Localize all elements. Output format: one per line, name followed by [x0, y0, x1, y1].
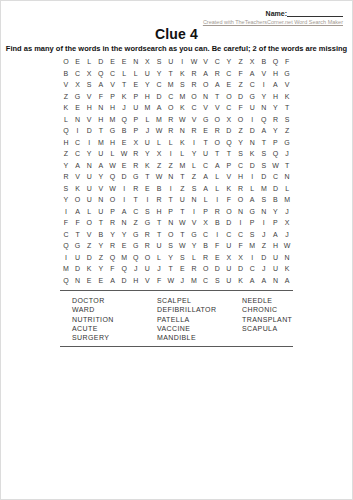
grid-cell: L: [177, 148, 189, 160]
grid-cell: U: [223, 275, 235, 287]
grid-cell: T: [165, 68, 177, 80]
grid-cell: Y: [188, 148, 200, 160]
grid-cell: O: [235, 194, 247, 206]
grid-cell: D: [223, 125, 235, 137]
grid-cell: G: [281, 137, 293, 149]
grid-cell: M: [60, 263, 72, 275]
grid-cell: E: [72, 56, 84, 68]
grid-cell: F: [235, 240, 247, 252]
grid-cell: N: [258, 102, 270, 114]
grid-cell: Q: [60, 125, 72, 137]
grid-cell: K: [83, 263, 95, 275]
grid-cell: P: [130, 91, 142, 103]
grid-cell: V: [83, 114, 95, 126]
grid-cell: V: [72, 171, 84, 183]
grid-cell: Q: [258, 114, 270, 126]
grid-cell: H: [142, 91, 154, 103]
grid-cell: P: [223, 160, 235, 172]
grid-cell: X: [281, 217, 293, 229]
wordsearch-grid: OELDEENXSUIWVCYZXBQFBCXQCLLUYTKRARCFAVHG…: [1, 56, 352, 286]
grid-cell: R: [130, 148, 142, 160]
grid-cell: G: [107, 125, 119, 137]
grid-cell: V: [281, 79, 293, 91]
grid-cell: D: [153, 91, 165, 103]
grid-cell: L: [188, 160, 200, 172]
grid-cell: A: [281, 275, 293, 287]
grid-cell: G: [246, 206, 258, 218]
grid-cell: H: [107, 102, 119, 114]
grid-cell: U: [165, 56, 177, 68]
grid-cell: H: [153, 206, 165, 218]
grid-cell: C: [188, 102, 200, 114]
grid-cell: V: [60, 79, 72, 91]
instruction-text: Find as many of the words in the wordsea…: [1, 44, 352, 53]
grid-cell: G: [130, 240, 142, 252]
grid-cell: O: [60, 56, 72, 68]
name-section: Name: Created with TheTeachersCorner.net…: [203, 9, 343, 25]
grid-cell: Y: [60, 194, 72, 206]
grid-cell: C: [200, 229, 212, 241]
grid-cell: C: [60, 229, 72, 241]
grid-cell: R: [200, 252, 212, 264]
grid-cell: U: [270, 263, 282, 275]
grid-cell: U: [223, 240, 235, 252]
grid-cell: Y: [142, 148, 154, 160]
grid-cell: D: [211, 263, 223, 275]
grid-cell: N: [83, 160, 95, 172]
grid-cell: A: [107, 275, 119, 287]
grid-cell: J: [130, 263, 142, 275]
grid-cell: G: [200, 114, 212, 126]
grid-cell: R: [107, 217, 119, 229]
grid-cell: X: [83, 68, 95, 80]
grid-cell: T: [281, 160, 293, 172]
grid-cell: N: [270, 275, 282, 287]
grid-cell: Z: [130, 217, 142, 229]
grid-cell: Q: [270, 148, 282, 160]
grid-cell: C: [246, 263, 258, 275]
grid-cell: D: [72, 263, 84, 275]
grid-cell: E: [118, 240, 130, 252]
grid-cell: V: [83, 229, 95, 241]
grid-cell: X: [223, 252, 235, 264]
grid-cell: Y: [165, 252, 177, 264]
grid-cell: R: [211, 125, 223, 137]
grid-cell: C: [223, 229, 235, 241]
grid-cell: T: [95, 217, 107, 229]
grid-cell: I: [258, 217, 270, 229]
grid-cell: G: [130, 171, 142, 183]
grid-cell: X: [235, 252, 247, 264]
grid-cell: J: [142, 125, 154, 137]
grid-cell: F: [223, 194, 235, 206]
grid-cell: W: [107, 160, 119, 172]
grid-cell: U: [177, 194, 189, 206]
grid-cell: U: [223, 263, 235, 275]
grid-cell: I: [246, 114, 258, 126]
grid-cell: B: [153, 183, 165, 195]
grid-cell: L: [165, 137, 177, 149]
grid-cell: O: [211, 114, 223, 126]
credit-text: Created with TheTeachersCorner.net Word …: [203, 19, 343, 25]
grid-cell: N: [200, 91, 212, 103]
grid-cell: Q: [107, 252, 119, 264]
grid-cell: N: [95, 102, 107, 114]
grid-cell: C: [235, 160, 247, 172]
grid-cell: R: [211, 206, 223, 218]
grid-cell: Z: [153, 160, 165, 172]
grid-cell: X: [246, 56, 258, 68]
grid-cell: C: [130, 206, 142, 218]
grid-cell: N: [95, 194, 107, 206]
grid-cell: G: [72, 240, 84, 252]
grid-cell: C: [246, 79, 258, 91]
grid-cell: O: [211, 137, 223, 149]
grid-cell: L: [281, 183, 293, 195]
grid-cell: G: [246, 91, 258, 103]
grid-cell: U: [83, 171, 95, 183]
grid-cell: U: [153, 240, 165, 252]
grid-cell: R: [130, 183, 142, 195]
grid-cell: U: [142, 68, 154, 80]
grid-cell: I: [118, 194, 130, 206]
grid-cell: H: [107, 137, 119, 149]
grid-cell: A: [118, 206, 130, 218]
grid-cell: F: [281, 56, 293, 68]
grid-cell: I: [211, 194, 223, 206]
grid-cell: L: [107, 148, 119, 160]
grid-cell: O: [223, 206, 235, 218]
grid-cell: F: [72, 217, 84, 229]
word-list-item: DOCTOR: [72, 296, 157, 305]
grid-cell: Y: [188, 240, 200, 252]
grid-cell: S: [258, 194, 270, 206]
word-list-item: SURGERY: [72, 333, 157, 342]
divider-top: [60, 290, 293, 291]
grid-cell: I: [258, 79, 270, 91]
grid-cell: H: [130, 275, 142, 287]
grid-cell: N: [130, 56, 142, 68]
word-list-item: SCALPEL: [157, 296, 242, 305]
word-list: DOCTORWARDNUTRITIONACUTESURGERYSCALPELDE…: [60, 296, 293, 342]
grid-cell: Y: [60, 160, 72, 172]
grid-cell: W: [188, 56, 200, 68]
grid-cell: J: [258, 229, 270, 241]
grid-cell: V: [188, 114, 200, 126]
grid-cell: T: [177, 229, 189, 241]
grid-cell: S: [188, 183, 200, 195]
grid-cell: D: [246, 160, 258, 172]
grid-cell: Z: [235, 79, 247, 91]
word-list-item: NUTRITION: [72, 315, 157, 324]
grid-cell: W: [177, 217, 189, 229]
grid-cell: C: [153, 79, 165, 91]
grid-cell: E: [142, 183, 154, 195]
grid-cell: A: [246, 68, 258, 80]
grid-cell: O: [142, 252, 154, 264]
grid-cell: S: [177, 252, 189, 264]
grid-cell: I: [165, 183, 177, 195]
grid-cell: R: [142, 229, 154, 241]
grid-cell: N: [258, 206, 270, 218]
grid-cell: U: [83, 194, 95, 206]
grid-cell: U: [72, 252, 84, 264]
grid-cell: A: [95, 79, 107, 91]
name-blank-line: [287, 9, 343, 17]
grid-cell: A: [258, 125, 270, 137]
grid-cell: H: [270, 91, 282, 103]
grid-cell: M: [177, 160, 189, 172]
grid-cell: W: [177, 240, 189, 252]
grid-cell: T: [153, 229, 165, 241]
grid-cell: A: [246, 194, 258, 206]
word-list-column: DOCTORWARDNUTRITIONACUTESURGERY: [72, 296, 157, 342]
grid-cell: P: [246, 217, 258, 229]
grid-cell: U: [95, 148, 107, 160]
grid-cell: W: [153, 171, 165, 183]
grid-cell: F: [235, 102, 247, 114]
grid-cell: E: [72, 102, 84, 114]
grid-cell: R: [165, 114, 177, 126]
grid-cell: J: [281, 148, 293, 160]
grid-cell: Y: [153, 68, 165, 80]
grid-cell: E: [211, 252, 223, 264]
grid-cell: E: [130, 79, 142, 91]
grid-cell: A: [270, 229, 282, 241]
grid-cell: M: [107, 114, 119, 126]
grid-cell: K: [142, 160, 154, 172]
grid-cell: Y: [258, 91, 270, 103]
grid-cell: L: [188, 252, 200, 264]
grid-cell: E: [107, 56, 119, 68]
grid-cell: C: [211, 56, 223, 68]
grid-cell: L: [200, 194, 212, 206]
grid-cell: M: [246, 240, 258, 252]
grid-cell: L: [211, 171, 223, 183]
grid-cell: Z: [258, 240, 270, 252]
grid-cell: N: [177, 125, 189, 137]
grid-cell: E: [118, 137, 130, 149]
grid-cell: T: [165, 263, 177, 275]
grid-cell: X: [200, 217, 212, 229]
grid-cell: A: [95, 160, 107, 172]
grid-cell: S: [142, 206, 154, 218]
grid-cell: R: [142, 240, 154, 252]
grid-cell: J: [153, 263, 165, 275]
grid-cell: C: [223, 102, 235, 114]
grid-cell: U: [130, 102, 142, 114]
grid-cell: Z: [60, 91, 72, 103]
grid-cell: T: [223, 148, 235, 160]
grid-cell: I: [118, 183, 130, 195]
grid-cell: K: [281, 91, 293, 103]
grid-cell: P: [130, 125, 142, 137]
grid-cell: H: [270, 68, 282, 80]
grid-cell: K: [177, 137, 189, 149]
grid-cell: Q: [130, 252, 142, 264]
word-list-item: VACCINE: [157, 324, 242, 333]
grid-cell: I: [142, 194, 154, 206]
grid-cell: M: [188, 275, 200, 287]
grid-cell: A: [270, 79, 282, 91]
word-list-item: DEFIBRILLATOR: [157, 305, 242, 314]
grid-cell: V: [258, 68, 270, 80]
grid-cell: D: [223, 217, 235, 229]
grid-cell: U: [95, 206, 107, 218]
grid-cell: W: [270, 160, 282, 172]
grid-cell: I: [83, 137, 95, 149]
grid-cell: J: [281, 206, 293, 218]
grid-cell: M: [165, 79, 177, 91]
grid-cell: E: [118, 56, 130, 68]
grid-cell: H: [95, 114, 107, 126]
grid-cell: S: [177, 79, 189, 91]
grid-cell: Y: [223, 56, 235, 68]
grid-cell: Y: [142, 79, 154, 91]
grid-cell: T: [142, 171, 154, 183]
grid-cell: M: [177, 91, 189, 103]
grid-cell: R: [165, 125, 177, 137]
grid-cell: E: [118, 160, 130, 172]
grid-cell: S: [165, 240, 177, 252]
grid-cell: Y: [118, 229, 130, 241]
grid-cell: H: [270, 240, 282, 252]
grid-cell: Z: [188, 171, 200, 183]
grid-cell: M: [95, 137, 107, 149]
grid-cell: D: [270, 183, 282, 195]
grid-cell: R: [235, 183, 247, 195]
grid-cell: G: [281, 68, 293, 80]
grid-cell: Z: [235, 125, 247, 137]
grid-cell: X: [153, 148, 165, 160]
grid-cell: Y: [270, 102, 282, 114]
grid-cell: U: [200, 148, 212, 160]
grid-cell: B: [95, 229, 107, 241]
grid-cell: V: [107, 79, 119, 91]
grid-cell: Z: [95, 252, 107, 264]
grid-cell: T: [165, 194, 177, 206]
grid-cell: S: [83, 79, 95, 91]
grid-cell: N: [72, 275, 84, 287]
grid-cell: F: [211, 240, 223, 252]
grid-cell: S: [153, 56, 165, 68]
grid-cell: N: [165, 171, 177, 183]
grid-cell: H: [235, 171, 247, 183]
grid-cell: K: [72, 183, 84, 195]
word-list-item: CHRONIC: [242, 305, 305, 314]
grid-cell: H: [83, 102, 95, 114]
grid-cell: Q: [118, 263, 130, 275]
word-list-item: WARD: [72, 305, 157, 314]
grid-cell: V: [211, 102, 223, 114]
grid-cell: W: [281, 240, 293, 252]
grid-cell: I: [72, 125, 84, 137]
grid-cell: F: [107, 263, 119, 275]
grid-cell: J: [118, 102, 130, 114]
grid-cell: O: [165, 102, 177, 114]
grid-cell: U: [142, 137, 154, 149]
grid-cell: L: [83, 56, 95, 68]
grid-cell: C: [165, 91, 177, 103]
grid-cell: R: [188, 68, 200, 80]
grid-cell: A: [200, 171, 212, 183]
grid-cell: N: [188, 194, 200, 206]
grid-cell: A: [200, 68, 212, 80]
grid-cell: W: [118, 148, 130, 160]
grid-cell: E: [223, 79, 235, 91]
grid-cell: D: [235, 263, 247, 275]
grid-cell: R: [211, 68, 223, 80]
grid-cell: F: [95, 91, 107, 103]
grid-cell: L: [246, 183, 258, 195]
grid-cell: R: [153, 194, 165, 206]
grid-cell: F: [153, 275, 165, 287]
grid-cell: M: [118, 252, 130, 264]
grid-cell: T: [118, 79, 130, 91]
grid-cell: E: [177, 263, 189, 275]
word-list-column: SCALPELDEFIBRILLATORPATELLAVACCINEMANDIB…: [157, 296, 242, 342]
grid-cell: Y: [270, 125, 282, 137]
grid-cell: A: [258, 275, 270, 287]
grid-cell: P: [107, 91, 119, 103]
grid-cell: Q: [270, 56, 282, 68]
grid-cell: N: [235, 206, 247, 218]
grid-cell: I: [188, 206, 200, 218]
grid-cell: B: [200, 240, 212, 252]
grid-cell: K: [223, 183, 235, 195]
grid-cell: T: [153, 217, 165, 229]
grid-cell: S: [235, 148, 247, 160]
grid-cell: A: [211, 160, 223, 172]
grid-cell: G: [130, 229, 142, 241]
grid-cell: T: [281, 102, 293, 114]
grid-cell: E: [200, 125, 212, 137]
grid-cell: G: [188, 229, 200, 241]
grid-cell: Z: [177, 183, 189, 195]
grid-cell: D: [118, 171, 130, 183]
grid-cell: O: [235, 114, 247, 126]
grid-cell: T: [211, 91, 223, 103]
grid-cell: D: [118, 275, 130, 287]
grid-cell: L: [83, 206, 95, 218]
grid-cell: T: [200, 137, 212, 149]
grid-cell: F: [60, 217, 72, 229]
grid-cell: G: [142, 217, 154, 229]
grid-cell: B: [270, 194, 282, 206]
grid-cell: I: [60, 252, 72, 264]
grid-cell: S: [246, 229, 258, 241]
grid-cell: P: [107, 206, 119, 218]
grid-cell: L: [142, 114, 154, 126]
grid-cell: E: [95, 275, 107, 287]
grid-cell: T: [95, 125, 107, 137]
grid-cell: L: [130, 68, 142, 80]
grid-cell: R: [270, 114, 282, 126]
grid-cell: T: [177, 171, 189, 183]
grid-cell: K: [281, 263, 293, 275]
grid-cell: L: [60, 114, 72, 126]
grid-cell: L: [118, 68, 130, 80]
grid-cell: T: [177, 206, 189, 218]
grid-cell: D: [95, 56, 107, 68]
grid-cell: I: [177, 56, 189, 68]
grid-cell: N: [118, 217, 130, 229]
grid-cell: Q: [95, 68, 107, 80]
grid-cell: J: [258, 263, 270, 275]
grid-cell: C: [223, 68, 235, 80]
grid-cell: Y: [107, 229, 119, 241]
grid-cell: T: [211, 148, 223, 160]
